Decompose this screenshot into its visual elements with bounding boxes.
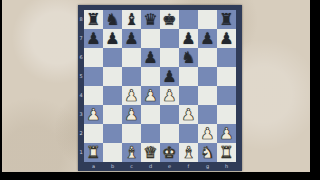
rank-label-7: 7	[78, 29, 84, 48]
square-g8[interactable]	[198, 10, 217, 29]
square-a1[interactable]: ♜	[84, 143, 103, 162]
square-c8[interactable]: ♝	[122, 10, 141, 29]
white-rook-icon: ♜	[86, 143, 100, 162]
white-king-icon: ♚	[162, 143, 176, 162]
square-d8[interactable]: ♛	[141, 10, 160, 29]
black-knight-icon: ♞	[105, 10, 119, 29]
letterbox-right	[310, 0, 320, 180]
square-e4[interactable]: ♟	[160, 86, 179, 105]
square-c4[interactable]: ♟	[122, 86, 141, 105]
square-b3[interactable]	[103, 105, 122, 124]
black-pawn-icon: ♟	[143, 48, 157, 67]
square-h4[interactable]	[217, 86, 236, 105]
square-f5[interactable]	[179, 67, 198, 86]
white-knight-icon: ♞	[200, 143, 214, 162]
video-frame: 87654321 ♜♞♝♛♚♜♟♟♟♟♟♟♟♞♟♟♟♟♟♟♟♟♟♜♝♛♚♝♞♜ …	[0, 0, 320, 180]
square-e6[interactable]	[160, 48, 179, 67]
white-pawn-icon: ♟	[181, 105, 195, 124]
square-g4[interactable]	[198, 86, 217, 105]
rank-labels: 87654321	[78, 10, 84, 162]
parchment-background: 87654321 ♜♞♝♛♚♜♟♟♟♟♟♟♟♞♟♟♟♟♟♟♟♟♟♜♝♛♚♝♞♜ …	[2, 0, 310, 172]
square-b2[interactable]	[103, 124, 122, 143]
square-a6[interactable]	[84, 48, 103, 67]
white-pawn-icon: ♟	[162, 86, 176, 105]
square-e7[interactable]	[160, 29, 179, 48]
square-c3[interactable]: ♟	[122, 105, 141, 124]
black-rook-icon: ♜	[219, 10, 233, 29]
black-pawn-icon: ♟	[86, 29, 100, 48]
square-a4[interactable]	[84, 86, 103, 105]
rank-label-1: 1	[78, 143, 84, 162]
square-d2[interactable]	[141, 124, 160, 143]
square-c6[interactable]	[122, 48, 141, 67]
rank-label-3: 3	[78, 105, 84, 124]
square-h2[interactable]: ♟	[217, 124, 236, 143]
white-pawn-icon: ♟	[219, 124, 233, 143]
square-d6[interactable]: ♟	[141, 48, 160, 67]
rank-label-5: 5	[78, 67, 84, 86]
white-pawn-icon: ♟	[124, 86, 138, 105]
square-g5[interactable]	[198, 67, 217, 86]
square-a8[interactable]: ♜	[84, 10, 103, 29]
square-e8[interactable]: ♚	[160, 10, 179, 29]
file-labels: abcdefgh	[84, 162, 236, 171]
file-label-f: f	[179, 162, 198, 171]
black-king-icon: ♚	[162, 10, 176, 29]
letterbox-left	[0, 0, 2, 180]
black-knight-icon: ♞	[181, 48, 195, 67]
white-queen-icon: ♛	[143, 143, 157, 162]
square-e5[interactable]: ♟	[160, 67, 179, 86]
square-e3[interactable]	[160, 105, 179, 124]
square-h5[interactable]	[217, 67, 236, 86]
rank-label-4: 4	[78, 86, 84, 105]
square-c7[interactable]: ♟	[122, 29, 141, 48]
square-a5[interactable]	[84, 67, 103, 86]
black-pawn-icon: ♟	[200, 29, 214, 48]
square-e2[interactable]	[160, 124, 179, 143]
square-d3[interactable]	[141, 105, 160, 124]
black-pawn-icon: ♟	[219, 29, 233, 48]
square-b4[interactable]	[103, 86, 122, 105]
white-rook-icon: ♜	[219, 143, 233, 162]
black-rook-icon: ♜	[86, 10, 100, 29]
white-pawn-icon: ♟	[124, 105, 138, 124]
square-d7[interactable]	[141, 29, 160, 48]
black-pawn-icon: ♟	[181, 29, 195, 48]
square-a2[interactable]	[84, 124, 103, 143]
black-pawn-icon: ♟	[124, 29, 138, 48]
square-h6[interactable]	[217, 48, 236, 67]
file-label-a: a	[84, 162, 103, 171]
square-f1[interactable]: ♝	[179, 143, 198, 162]
black-pawn-icon: ♟	[105, 29, 119, 48]
rank-label-8: 8	[78, 10, 84, 29]
square-d5[interactable]	[141, 67, 160, 86]
square-f2[interactable]	[179, 124, 198, 143]
square-a7[interactable]: ♟	[84, 29, 103, 48]
square-g6[interactable]	[198, 48, 217, 67]
square-f7[interactable]: ♟	[179, 29, 198, 48]
white-pawn-icon: ♟	[86, 105, 100, 124]
square-b5[interactable]	[103, 67, 122, 86]
white-pawn-icon: ♟	[143, 86, 157, 105]
white-bishop-icon: ♝	[124, 143, 138, 162]
file-label-h: h	[217, 162, 236, 171]
square-d4[interactable]: ♟	[141, 86, 160, 105]
black-bishop-icon: ♝	[124, 10, 138, 29]
file-label-b: b	[103, 162, 122, 171]
square-c5[interactable]	[122, 67, 141, 86]
square-a3[interactable]: ♟	[84, 105, 103, 124]
square-g2[interactable]: ♟	[198, 124, 217, 143]
square-b7[interactable]: ♟	[103, 29, 122, 48]
square-b1[interactable]	[103, 143, 122, 162]
square-c1[interactable]: ♝	[122, 143, 141, 162]
square-h3[interactable]	[217, 105, 236, 124]
square-f3[interactable]: ♟	[179, 105, 198, 124]
square-f6[interactable]: ♞	[179, 48, 198, 67]
square-d1[interactable]: ♛	[141, 143, 160, 162]
square-g1[interactable]: ♞	[198, 143, 217, 162]
file-label-c: c	[122, 162, 141, 171]
white-pawn-icon: ♟	[200, 124, 214, 143]
board-grid: ♜♞♝♛♚♜♟♟♟♟♟♟♟♞♟♟♟♟♟♟♟♟♟♜♝♛♚♝♞♜	[84, 10, 236, 162]
square-f8[interactable]	[179, 10, 198, 29]
square-h7[interactable]: ♟	[217, 29, 236, 48]
square-b6[interactable]	[103, 48, 122, 67]
square-h1[interactable]: ♜	[217, 143, 236, 162]
square-g7[interactable]: ♟	[198, 29, 217, 48]
square-g3[interactable]	[198, 105, 217, 124]
square-h8[interactable]: ♜	[217, 10, 236, 29]
square-e1[interactable]: ♚	[160, 143, 179, 162]
letterbox-bottom	[0, 172, 320, 180]
square-c2[interactable]	[122, 124, 141, 143]
file-label-e: e	[160, 162, 179, 171]
black-pawn-icon: ♟	[162, 67, 176, 86]
file-label-d: d	[141, 162, 160, 171]
square-f4[interactable]	[179, 86, 198, 105]
square-b8[interactable]: ♞	[103, 10, 122, 29]
file-label-g: g	[198, 162, 217, 171]
rank-label-6: 6	[78, 48, 84, 67]
white-bishop-icon: ♝	[181, 143, 195, 162]
black-queen-icon: ♛	[143, 10, 157, 29]
rank-label-2: 2	[78, 124, 84, 143]
chess-board: 87654321 ♜♞♝♛♚♜♟♟♟♟♟♟♟♞♟♟♟♟♟♟♟♟♟♜♝♛♚♝♞♜ …	[78, 5, 242, 171]
